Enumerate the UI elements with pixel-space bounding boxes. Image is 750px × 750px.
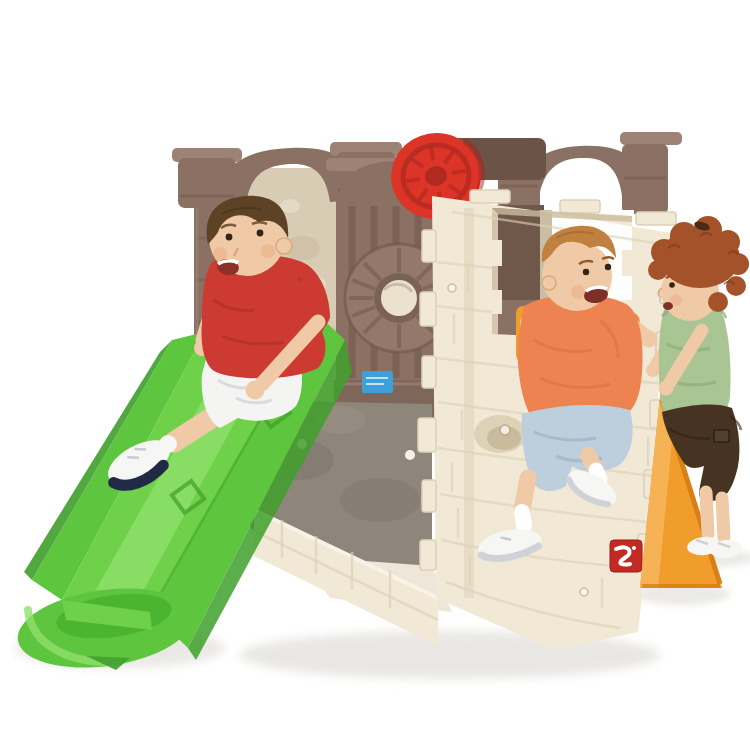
handhold-pocket	[474, 415, 526, 453]
brand-logo-badge	[610, 540, 642, 572]
blue-sticker	[362, 371, 393, 393]
boy-climbing-head	[542, 226, 616, 311]
scene	[0, 0, 750, 750]
product-photo	[0, 0, 750, 750]
